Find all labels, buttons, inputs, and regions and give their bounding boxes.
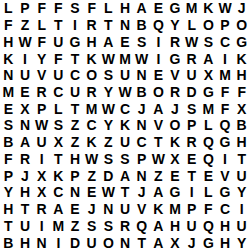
grid-cell-r5c3[interactable]: V — [33, 67, 50, 84]
grid-cell-r2c14[interactable]: P — [217, 17, 234, 34]
grid-cell-r8c7[interactable]: Y — [100, 117, 117, 134]
grid-cell-r6c13[interactable]: G — [200, 84, 217, 101]
grid-cell-r4c3[interactable]: Y — [33, 50, 50, 67]
grid-cell-r1c13[interactable]: K — [200, 0, 217, 17]
grid-cell-r8c14[interactable]: Q — [217, 117, 234, 134]
grid-cell-r5c8[interactable]: U — [117, 67, 134, 84]
grid-cell-r2c8[interactable]: N — [117, 17, 134, 34]
grid-cell-r5c12[interactable]: U — [183, 67, 200, 84]
grid-cell-r15c7[interactable]: O — [100, 234, 117, 251]
grid-cell-r10c2[interactable]: R — [17, 151, 34, 168]
grid-cell-r12c6[interactable]: E — [83, 184, 100, 201]
grid-cell-r6c1[interactable]: M — [0, 84, 17, 101]
grid-cell-r11c7[interactable]: D — [100, 167, 117, 184]
grid-cell-r11c12[interactable]: T — [183, 167, 200, 184]
grid-cell-r10c14[interactable]: I — [217, 151, 234, 168]
grid-cell-r15c3[interactable]: N — [33, 234, 50, 251]
grid-cell-r4c9[interactable]: W — [133, 50, 150, 67]
grid-cell-r13c13[interactable]: F — [200, 201, 217, 218]
grid-cell-r14c3[interactable]: I — [33, 218, 50, 235]
grid-cell-r2c1[interactable]: F — [0, 17, 17, 34]
grid-cell-r4c11[interactable]: G — [167, 50, 184, 67]
grid-cell-r10c4[interactable]: T — [50, 151, 67, 168]
grid-cell-r2c6[interactable]: R — [83, 17, 100, 34]
grid-cell-r7c1[interactable]: E — [0, 100, 17, 117]
grid-cell-r15c6[interactable]: U — [83, 234, 100, 251]
grid-cell-r4c12[interactable]: R — [183, 50, 200, 67]
grid-cell-r12c3[interactable]: X — [33, 184, 50, 201]
grid-cell-r8c4[interactable]: S — [50, 117, 67, 134]
grid-cell-r6c15[interactable]: F — [233, 84, 250, 101]
grid-cell-r2c13[interactable]: O — [200, 17, 217, 34]
grid-cell-r6c7[interactable]: Y — [100, 84, 117, 101]
grid-cell-r13c2[interactable]: T — [17, 201, 34, 218]
grid-cell-r6c8[interactable]: W — [117, 84, 134, 101]
grid-cell-r6c12[interactable]: D — [183, 84, 200, 101]
grid-cell-r10c12[interactable]: E — [183, 151, 200, 168]
grid-cell-r13c6[interactable]: J — [83, 201, 100, 218]
grid-cell-r1c1[interactable]: L — [0, 0, 17, 17]
grid-cell-r3c10[interactable]: I — [150, 33, 167, 50]
grid-cell-r11c15[interactable]: U — [233, 167, 250, 184]
grid-cell-r9c8[interactable]: U — [117, 134, 134, 151]
grid-cell-r15c8[interactable]: N — [117, 234, 134, 251]
grid-cell-r13c1[interactable]: H — [0, 201, 17, 218]
grid-cell-r14c10[interactable]: A — [150, 218, 167, 235]
grid-cell-r11c14[interactable]: V — [217, 167, 234, 184]
grid-cell-r15c2[interactable]: H — [17, 234, 34, 251]
grid-cell-r4c1[interactable]: K — [0, 50, 17, 67]
grid-cell-r12c8[interactable]: T — [117, 184, 134, 201]
grid-cell-r8c1[interactable]: S — [0, 117, 17, 134]
grid-cell-r14c12[interactable]: U — [183, 218, 200, 235]
grid-cell-r2c4[interactable]: T — [50, 17, 67, 34]
grid-cell-r15c9[interactable]: T — [133, 234, 150, 251]
grid-cell-r8c13[interactable]: L — [200, 117, 217, 134]
grid-cell-r8c12[interactable]: P — [183, 117, 200, 134]
grid-cell-r14c2[interactable]: U — [17, 218, 34, 235]
grid-cell-r9c7[interactable]: Z — [100, 134, 117, 151]
grid-cell-r1c15[interactable]: J — [233, 0, 250, 17]
grid-cell-r4c7[interactable]: W — [100, 50, 117, 67]
grid-cell-r3c12[interactable]: W — [183, 33, 200, 50]
grid-cell-r2c10[interactable]: Q — [150, 17, 167, 34]
grid-cell-r1c6[interactable]: F — [83, 0, 100, 17]
grid-cell-r14c6[interactable]: S — [83, 218, 100, 235]
grid-cell-r4c15[interactable]: K — [233, 50, 250, 67]
grid-cell-r13c7[interactable]: N — [100, 201, 117, 218]
grid-cell-r14c14[interactable]: H — [217, 218, 234, 235]
grid-cell-r3c6[interactable]: H — [83, 33, 100, 50]
grid-cell-r9c1[interactable]: B — [0, 134, 17, 151]
grid-cell-r11c10[interactable]: Z — [150, 167, 167, 184]
grid-cell-r1c8[interactable]: H — [117, 0, 134, 17]
word-search-puzzle: LPFFSFLHAEGMKWJFZLTIRTNBQYLOPOHWFUGHAESI… — [0, 0, 250, 251]
grid-cell-r15c1[interactable]: B — [0, 234, 17, 251]
grid-cell-r7c7[interactable]: W — [100, 100, 117, 117]
grid-cell-r12c9[interactable]: J — [133, 184, 150, 201]
grid-cell-r9c14[interactable]: G — [217, 134, 234, 151]
grid-cell-r10c8[interactable]: S — [117, 151, 134, 168]
grid-cell-r10c11[interactable]: X — [167, 151, 184, 168]
grid-cell-r13c15[interactable]: I — [233, 201, 250, 218]
grid-cell-r2c11[interactable]: Y — [167, 17, 184, 34]
grid-cell-r11c1[interactable]: P — [0, 167, 17, 184]
grid-cell-r6c11[interactable]: R — [167, 84, 184, 101]
grid-cell-r1c2[interactable]: P — [17, 0, 34, 17]
grid-cell-r15c4[interactable]: I — [50, 234, 67, 251]
grid-cell-r1c14[interactable]: W — [217, 0, 234, 17]
grid-cell-r7c13[interactable]: M — [200, 100, 217, 117]
grid-cell-r6c3[interactable]: R — [33, 84, 50, 101]
grid-cell-r11c8[interactable]: A — [117, 167, 134, 184]
grid-cell-r15c10[interactable]: A — [150, 234, 167, 251]
grid-cell-r12c15[interactable]: Y — [233, 184, 250, 201]
grid-cell-r4c4[interactable]: F — [50, 50, 67, 67]
grid-cell-r8c8[interactable]: K — [117, 117, 134, 134]
grid-cell-r9c5[interactable]: Z — [67, 134, 84, 151]
grid-cell-r4c14[interactable]: I — [217, 50, 234, 67]
grid-cell-r1c10[interactable]: E — [150, 0, 167, 17]
grid-cell-r3c9[interactable]: S — [133, 33, 150, 50]
grid-cell-r6c10[interactable]: O — [150, 84, 167, 101]
grid-cell-r6c5[interactable]: U — [67, 84, 84, 101]
grid-cell-r5c11[interactable]: V — [167, 67, 184, 84]
grid-cell-r13c9[interactable]: V — [133, 201, 150, 218]
grid-cell-r13c10[interactable]: K — [150, 201, 167, 218]
grid-cell-r1c5[interactable]: S — [67, 0, 84, 17]
grid-cell-r1c4[interactable]: F — [50, 0, 67, 17]
grid-cell-r1c9[interactable]: A — [133, 0, 150, 17]
grid-cell-r13c4[interactable]: A — [50, 201, 67, 218]
grid-cell-r5c2[interactable]: U — [17, 67, 34, 84]
grid-cell-r10c13[interactable]: Q — [200, 151, 217, 168]
grid-cell-r6c14[interactable]: F — [217, 84, 234, 101]
grid-cell-r11c11[interactable]: E — [167, 167, 184, 184]
grid-cell-r13c5[interactable]: E — [67, 201, 84, 218]
grid-cell-r4c13[interactable]: A — [200, 50, 217, 67]
grid-cell-r14c4[interactable]: M — [50, 218, 67, 235]
grid-cell-r8c3[interactable]: W — [33, 117, 50, 134]
grid-cell-r11c2[interactable]: J — [17, 167, 34, 184]
grid-cell-r14c11[interactable]: H — [167, 218, 184, 235]
grid-cell-r7c5[interactable]: T — [67, 100, 84, 117]
grid-cell-r5c7[interactable]: S — [100, 67, 117, 84]
grid-cell-r2c7[interactable]: T — [100, 17, 117, 34]
grid-cell-r11c9[interactable]: N — [133, 167, 150, 184]
grid-cell-r11c4[interactable]: K — [50, 167, 67, 184]
grid-cell-r2c2[interactable]: Z — [17, 17, 34, 34]
grid-cell-r5c9[interactable]: N — [133, 67, 150, 84]
grid-cell-r15c11[interactable]: X — [167, 234, 184, 251]
grid-cell-r13c3[interactable]: R — [33, 201, 50, 218]
grid-cell-r14c8[interactable]: R — [117, 218, 134, 235]
grid-cell-r5c15[interactable]: H — [233, 67, 250, 84]
grid-cell-r14c13[interactable]: Q — [200, 218, 217, 235]
grid-cell-r11c3[interactable]: X — [33, 167, 50, 184]
grid-cell-r10c6[interactable]: W — [83, 151, 100, 168]
grid-cell-r3c2[interactable]: W — [17, 33, 34, 50]
grid-cell-r11c13[interactable]: E — [200, 167, 217, 184]
grid-cell-r9c12[interactable]: R — [183, 134, 200, 151]
grid-cell-r4c6[interactable]: K — [83, 50, 100, 67]
grid-cell-r7c14[interactable]: F — [217, 100, 234, 117]
grid-cell-r9c6[interactable]: K — [83, 134, 100, 151]
grid-cell-r6c4[interactable]: C — [50, 84, 67, 101]
grid-cell-r12c10[interactable]: A — [150, 184, 167, 201]
grid-cell-r5c10[interactable]: E — [150, 67, 167, 84]
grid-cell-r11c6[interactable]: Z — [83, 167, 100, 184]
grid-cell-r8c2[interactable]: N — [17, 117, 34, 134]
grid-cell-r11c5[interactable]: P — [67, 167, 84, 184]
grid-cell-r13c8[interactable]: U — [117, 201, 134, 218]
grid-cell-r9c13[interactable]: Q — [200, 134, 217, 151]
grid-cell-r12c5[interactable]: N — [67, 184, 84, 201]
grid-cell-r3c14[interactable]: C — [217, 33, 234, 50]
grid-cell-r7c9[interactable]: J — [133, 100, 150, 117]
grid-cell-r13c12[interactable]: P — [183, 201, 200, 218]
grid-cell-r7c8[interactable]: C — [117, 100, 134, 117]
grid-cell-r5c6[interactable]: O — [83, 67, 100, 84]
grid-cell-r7c2[interactable]: X — [17, 100, 34, 117]
grid-cell-r1c7[interactable]: L — [100, 0, 117, 17]
grid-cell-r13c14[interactable]: C — [217, 201, 234, 218]
grid-cell-r8c11[interactable]: O — [167, 117, 184, 134]
grid-cell-r3c1[interactable]: H — [0, 33, 17, 50]
grid-cell-r5c5[interactable]: C — [67, 67, 84, 84]
grid-cell-r10c3[interactable]: I — [33, 151, 50, 168]
grid-cell-r15c15[interactable]: Y — [233, 234, 250, 251]
grid-cell-r9c9[interactable]: C — [133, 134, 150, 151]
grid-cell-r5c1[interactable]: N — [0, 67, 17, 84]
grid-cell-r6c9[interactable]: B — [133, 84, 150, 101]
grid-cell-r3c13[interactable]: S — [200, 33, 217, 50]
grid-cell-r2c15[interactable]: O — [233, 17, 250, 34]
grid-cell-r4c8[interactable]: M — [117, 50, 134, 67]
grid-cell-r3c3[interactable]: F — [33, 33, 50, 50]
grid-cell-r14c9[interactable]: Q — [133, 218, 150, 235]
grid-cell-r12c14[interactable]: G — [217, 184, 234, 201]
grid-cell-r8c6[interactable]: C — [83, 117, 100, 134]
grid-cell-r1c11[interactable]: G — [167, 0, 184, 17]
grid-cell-r2c12[interactable]: L — [183, 17, 200, 34]
grid-cell-r6c2[interactable]: E — [17, 84, 34, 101]
grid-cell-r14c7[interactable]: S — [100, 218, 117, 235]
grid-cell-r7c10[interactable]: A — [150, 100, 167, 117]
grid-cell-r12c12[interactable]: I — [183, 184, 200, 201]
grid-cell-r5c4[interactable]: U — [50, 67, 67, 84]
grid-cell-r1c12[interactable]: M — [183, 0, 200, 17]
grid-cell-r12c1[interactable]: Y — [0, 184, 17, 201]
grid-cell-r10c10[interactable]: W — [150, 151, 167, 168]
grid-cell-r2c3[interactable]: L — [33, 17, 50, 34]
grid-cell-r8c9[interactable]: N — [133, 117, 150, 134]
grid-cell-r10c1[interactable]: F — [0, 151, 17, 168]
grid-cell-r1c3[interactable]: F — [33, 0, 50, 17]
grid-cell-r10c5[interactable]: H — [67, 151, 84, 168]
grid-cell-r10c15[interactable]: T — [233, 151, 250, 168]
grid-cell-r12c11[interactable]: G — [167, 184, 184, 201]
grid-cell-r15c14[interactable]: H — [217, 234, 234, 251]
grid-cell-r10c7[interactable]: S — [100, 151, 117, 168]
grid-cell-r12c4[interactable]: C — [50, 184, 67, 201]
grid-cell-r7c12[interactable]: S — [183, 100, 200, 117]
grid-cell-r7c6[interactable]: M — [83, 100, 100, 117]
grid-cell-r10c9[interactable]: P — [133, 151, 150, 168]
grid-cell-r7c4[interactable]: L — [50, 100, 67, 117]
grid-cell-r3c8[interactable]: E — [117, 33, 134, 50]
grid-cell-r2c9[interactable]: B — [133, 17, 150, 34]
grid-cell-r9c10[interactable]: T — [150, 134, 167, 151]
word-search-grid: LPFFSFLHAEGMKWJFZLTIRTNBQYLOPOHWFUGHAESI… — [0, 0, 250, 251]
grid-cell-r12c13[interactable]: L — [200, 184, 217, 201]
grid-cell-r9c15[interactable]: H — [233, 134, 250, 151]
grid-cell-r12c2[interactable]: H — [17, 184, 34, 201]
grid-cell-r7c3[interactable]: P — [33, 100, 50, 117]
grid-cell-r9c4[interactable]: X — [50, 134, 67, 151]
grid-cell-r3c7[interactable]: A — [100, 33, 117, 50]
grid-cell-r15c5[interactable]: D — [67, 234, 84, 251]
grid-cell-r4c2[interactable]: I — [17, 50, 34, 67]
grid-cell-r8c10[interactable]: V — [150, 117, 167, 134]
grid-cell-r13c11[interactable]: M — [167, 201, 184, 218]
grid-cell-r2c5[interactable]: I — [67, 17, 84, 34]
grid-cell-r3c11[interactable]: R — [167, 33, 184, 50]
grid-cell-r3c5[interactable]: G — [67, 33, 84, 50]
grid-cell-r8c15[interactable]: B — [233, 117, 250, 134]
grid-cell-r14c5[interactable]: Z — [67, 218, 84, 235]
grid-cell-r7c15[interactable]: X — [233, 100, 250, 117]
grid-cell-r5c13[interactable]: X — [200, 67, 217, 84]
grid-cell-r14c15[interactable]: U — [233, 218, 250, 235]
grid-cell-r6c6[interactable]: R — [83, 84, 100, 101]
grid-cell-r4c10[interactable]: I — [150, 50, 167, 67]
grid-cell-r5c14[interactable]: M — [217, 67, 234, 84]
grid-cell-r3c4[interactable]: U — [50, 33, 67, 50]
grid-cell-r12c7[interactable]: W — [100, 184, 117, 201]
grid-cell-r9c2[interactable]: A — [17, 134, 34, 151]
grid-cell-r9c3[interactable]: U — [33, 134, 50, 151]
grid-cell-r8c5[interactable]: Z — [67, 117, 84, 134]
grid-cell-r3c15[interactable]: G — [233, 33, 250, 50]
grid-cell-r4c5[interactable]: T — [67, 50, 84, 67]
grid-cell-r15c12[interactable]: J — [183, 234, 200, 251]
grid-cell-r15c13[interactable]: G — [200, 234, 217, 251]
grid-cell-r7c11[interactable]: J — [167, 100, 184, 117]
grid-cell-r14c1[interactable]: T — [0, 218, 17, 235]
grid-cell-r9c11[interactable]: K — [167, 134, 184, 151]
